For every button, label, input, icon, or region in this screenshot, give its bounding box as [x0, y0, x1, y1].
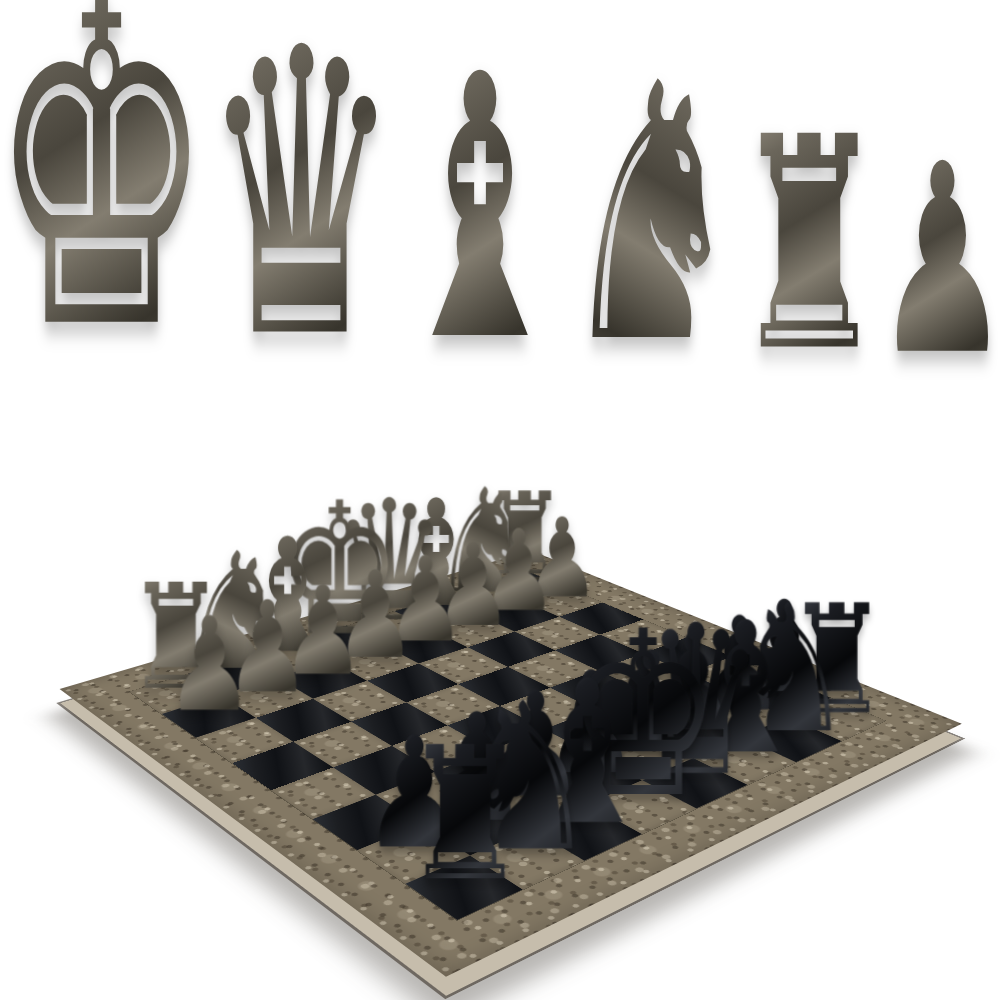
chess-board: ♜♞♝♚♛♝♞♜♟♟♟♟♟♟♟♟♟♟♟♟♟♟♟♟♜♞♝♚♛♝♞♜: [60, 550, 962, 976]
chess-board-scene: ♜♞♝♚♛♝♞♜♟♟♟♟♟♟♟♟♟♟♟♟♟♟♟♟♜♞♝♚♛♝♞♜: [0, 0, 1000, 1000]
black-rook-piece: ♜: [401, 722, 526, 906]
gray-pawn-piece: ♟: [165, 600, 253, 730]
board-square: [256, 699, 351, 742]
